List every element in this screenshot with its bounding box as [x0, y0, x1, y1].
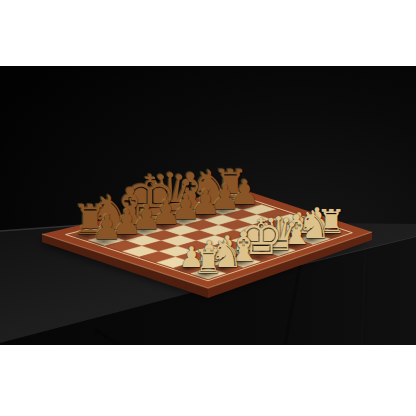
board-scene [0, 66, 416, 345]
photo-area: ♜♟♞♟♝♛♟♚♟♝♟♟♞♟♜♟♜♟♞♟♟♝♟♛♟♚♟♝♟♞♟♜ [0, 66, 416, 345]
product-photo-card: ♜♟♞♟♝♛♟♚♟♝♟♟♞♟♜♟♜♟♞♟♟♝♟♛♟♚♟♝♟♞♟♜ [0, 0, 416, 416]
